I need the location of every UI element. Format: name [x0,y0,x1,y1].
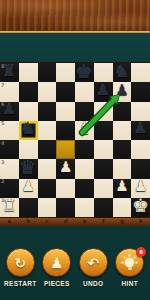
square-h4[interactable] [131,140,150,159]
square-d5[interactable] [56,121,75,140]
rank-label-3: 3 [1,160,4,165]
file-label-b: b [19,218,38,226]
white-pawn-g2[interactable]: ♟ [113,177,132,196]
square-g4[interactable] [113,140,132,159]
square-e3[interactable] [75,159,94,178]
square-d6[interactable] [56,102,75,121]
square-a3[interactable]: 3 [0,159,19,178]
undo-label: UNDO [83,280,103,287]
file-label-f: f [94,218,113,226]
square-f4[interactable] [94,140,113,159]
white-rook-a1[interactable]: ♜ [0,196,19,215]
black-pawn-g7[interactable]: ♟ [113,80,132,99]
square-e7[interactable] [75,82,94,101]
black-queen-b3[interactable]: ♛ [19,157,38,176]
square-e4[interactable] [75,140,94,159]
black-knight-b5[interactable]: ♞ [19,119,38,138]
square-b7[interactable] [19,82,38,101]
square-b1[interactable] [19,198,38,217]
square-d1[interactable] [56,198,75,217]
square-e1[interactable] [75,198,94,217]
square-f5[interactable] [94,121,113,140]
square-a4[interactable]: 4 [0,140,19,159]
rank-label-7: 7 [1,83,4,88]
square-d7[interactable] [56,82,75,101]
pieces-icon: ♟ [42,248,71,277]
black-knight-g8[interactable]: ♞ [113,61,132,80]
square-d2[interactable] [56,179,75,198]
board-bottom-frame: abcdefgh [0,217,150,226]
square-h8[interactable] [131,63,150,82]
square-c4[interactable] [38,140,57,159]
hint-label: HINT [122,280,138,287]
square-d8[interactable] [56,63,75,82]
pieces-button[interactable]: ♟ PIECES [40,248,74,287]
rank-label-4: 4 [1,141,4,146]
black-pawn-a6[interactable]: ♟ [0,100,19,119]
square-g6[interactable] [113,102,132,121]
undo-button[interactable]: ↶ UNDO [76,248,110,287]
square-b8[interactable] [19,63,38,82]
hint-button[interactable]: 6 HINT [113,248,147,287]
square-h7[interactable] [131,82,150,101]
square-c1[interactable] [38,198,57,217]
square-c6[interactable] [38,102,57,121]
file-label-a: a [0,218,19,226]
restart-icon: ↻ [6,248,35,277]
white-pawn-b2[interactable]: ♟ [19,177,38,196]
square-e2[interactable] [75,179,94,198]
square-g5[interactable] [113,121,132,140]
lightbulb-icon: 6 [115,248,144,277]
file-label-d: d [56,218,75,226]
hint-badge: 6 [136,247,146,257]
square-c7[interactable] [38,82,57,101]
file-label-e: e [75,218,94,226]
square-f3[interactable] [94,159,113,178]
square-g1[interactable] [113,198,132,217]
undo-icon: ↶ [79,248,108,277]
square-f6[interactable] [94,102,113,121]
pieces-label: PIECES [44,280,70,287]
toolbar: ↻ RESTART ♟ PIECES ↶ UNDO 6 HINT [0,248,150,294]
square-f2[interactable] [94,179,113,198]
restart-label: RESTART [4,280,36,287]
black-king-e8[interactable]: ♚ [75,61,94,80]
captured-pieces-tray [0,33,150,63]
square-c3[interactable] [38,159,57,178]
wood-header [0,0,150,31]
white-pawn-h2[interactable]: ♟ [131,177,150,196]
black-pawn-f7[interactable]: ♟ [94,80,113,99]
restart-button[interactable]: ↻ RESTART [3,248,37,287]
file-label-h: h [131,218,150,226]
white-king-h1[interactable]: ♚ [131,196,150,215]
white-bishop-e5[interactable]: ♝ [75,119,94,138]
white-pawn-d3[interactable]: ♟ [56,157,75,176]
rank-label-2: 2 [1,179,4,184]
square-c2[interactable] [38,179,57,198]
file-label-c: c [38,218,57,226]
square-f1[interactable] [94,198,113,217]
chess-app: 87654321 ♜♚♞♟♟♟♞♟♛♝♟♟♟♟♜♚ abcdefgh ↻ RES… [0,0,150,300]
rank-label-5: 5 [1,121,4,126]
file-label-g: g [113,218,132,226]
black-rook-a8[interactable]: ♜ [0,61,19,80]
square-c8[interactable] [38,63,57,82]
black-pawn-h5[interactable]: ♟ [131,119,150,138]
square-a5[interactable]: 5 [0,121,19,140]
square-c5[interactable] [38,121,57,140]
